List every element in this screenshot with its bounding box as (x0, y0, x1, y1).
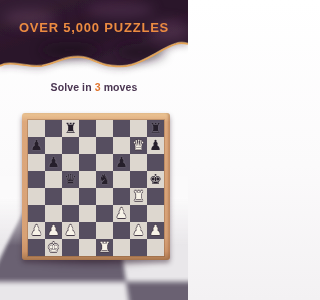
white-rook-e1[interactable]: ♜ (98, 239, 111, 256)
instruction-prefix: Solve in (51, 81, 95, 93)
square-h8[interactable]: ♜ (147, 120, 164, 137)
square-g6[interactable] (130, 154, 147, 171)
banner-fabric (0, 0, 188, 80)
square-h2[interactable]: ♟ (147, 222, 164, 239)
square-h5[interactable]: ♚ (147, 171, 164, 188)
square-e8[interactable] (96, 120, 113, 137)
square-b5[interactable] (45, 171, 62, 188)
square-f1[interactable] (113, 239, 130, 256)
square-c5[interactable]: ♛ (62, 171, 79, 188)
square-a2[interactable]: ♟ (28, 222, 45, 239)
instruction-suffix: moves (101, 81, 138, 93)
square-e1[interactable]: ♜ (96, 239, 113, 256)
black-knight-e5[interactable]: ♞ (98, 171, 111, 188)
square-d6[interactable] (79, 154, 96, 171)
chess-board: ♜♜♟♛♟♟♟♛♞♚♜♟♟♟♟♟♟♚♜ (28, 120, 164, 256)
square-f8[interactable] (113, 120, 130, 137)
white-queen-g7[interactable]: ♛ (132, 137, 145, 154)
square-e4[interactable] (96, 188, 113, 205)
square-g7[interactable]: ♛ (130, 137, 147, 154)
white-pawn-g2[interactable]: ♟ (132, 222, 145, 239)
square-f7[interactable] (113, 137, 130, 154)
square-e6[interactable] (96, 154, 113, 171)
square-h4[interactable] (147, 188, 164, 205)
square-e7[interactable] (96, 137, 113, 154)
square-c8[interactable]: ♜ (62, 120, 79, 137)
square-b3[interactable] (45, 205, 62, 222)
black-rook-h8[interactable]: ♜ (149, 120, 162, 137)
square-f6[interactable]: ♟ (113, 154, 130, 171)
square-d8[interactable] (79, 120, 96, 137)
square-f4[interactable] (113, 188, 130, 205)
square-c1[interactable] (62, 239, 79, 256)
square-b1[interactable]: ♚ (45, 239, 62, 256)
square-h7[interactable]: ♟ (147, 137, 164, 154)
black-rook-c8[interactable]: ♜ (64, 120, 77, 137)
white-pawn-f3[interactable]: ♟ (115, 205, 128, 222)
white-pawn-a2[interactable]: ♟ (30, 222, 43, 239)
square-h3[interactable] (147, 205, 164, 222)
black-pawn-a7[interactable]: ♟ (30, 137, 43, 154)
square-e3[interactable] (96, 205, 113, 222)
square-b6[interactable]: ♟ (45, 154, 62, 171)
promo-screenshot: ♜♜♟♛♟♟♟♛♞♚♜♟♟♟♟♟♟♚♜ (0, 0, 188, 300)
promo-banner: OVER 5,000 PUZZLES (0, 0, 188, 80)
square-c3[interactable] (62, 205, 79, 222)
banner-title: OVER 5,000 PUZZLES (0, 20, 188, 35)
square-e5[interactable]: ♞ (96, 171, 113, 188)
square-g4[interactable]: ♜ (130, 188, 147, 205)
square-d4[interactable] (79, 188, 96, 205)
square-c4[interactable] (62, 188, 79, 205)
square-c7[interactable] (62, 137, 79, 154)
square-g1[interactable] (130, 239, 147, 256)
square-d3[interactable] (79, 205, 96, 222)
white-rook-g4[interactable]: ♜ (132, 188, 145, 205)
square-d7[interactable] (79, 137, 96, 154)
square-g5[interactable] (130, 171, 147, 188)
square-d2[interactable] (79, 222, 96, 239)
square-e2[interactable] (96, 222, 113, 239)
square-b2[interactable]: ♟ (45, 222, 62, 239)
fabric-sheen (86, 2, 154, 18)
square-d5[interactable] (79, 171, 96, 188)
white-pawn-b2[interactable]: ♟ (47, 222, 60, 239)
square-h6[interactable] (147, 154, 164, 171)
black-queen-c5[interactable]: ♛ (64, 171, 77, 188)
square-f5[interactable] (113, 171, 130, 188)
white-king-b1[interactable]: ♚ (47, 239, 60, 256)
square-d1[interactable] (79, 239, 96, 256)
board-frame: ♜♜♟♛♟♟♟♛♞♚♜♟♟♟♟♟♟♚♜ (22, 113, 170, 260)
square-c2[interactable]: ♟ (62, 222, 79, 239)
square-f3[interactable]: ♟ (113, 205, 130, 222)
black-pawn-b6[interactable]: ♟ (47, 154, 60, 171)
black-pawn-f6[interactable]: ♟ (115, 154, 128, 171)
white-pawn-h2[interactable]: ♟ (149, 222, 162, 239)
square-a5[interactable] (28, 171, 45, 188)
square-g3[interactable] (130, 205, 147, 222)
square-a6[interactable] (28, 154, 45, 171)
square-f2[interactable] (113, 222, 130, 239)
black-king-h5[interactable]: ♚ (149, 171, 162, 188)
puzzle-instruction: Solve in 3 moves (0, 81, 188, 93)
white-pawn-c2[interactable]: ♟ (64, 222, 77, 239)
square-g2[interactable]: ♟ (130, 222, 147, 239)
square-a3[interactable] (28, 205, 45, 222)
black-pawn-h7[interactable]: ♟ (149, 137, 162, 154)
square-b8[interactable] (45, 120, 62, 137)
square-a4[interactable] (28, 188, 45, 205)
square-b4[interactable] (45, 188, 62, 205)
square-g8[interactable] (130, 120, 147, 137)
square-a1[interactable] (28, 239, 45, 256)
square-b7[interactable] (45, 137, 62, 154)
square-c6[interactable] (62, 154, 79, 171)
square-a7[interactable]: ♟ (28, 137, 45, 154)
square-a8[interactable] (28, 120, 45, 137)
square-h1[interactable] (147, 239, 164, 256)
fabric-fold-shadow (40, 42, 100, 58)
